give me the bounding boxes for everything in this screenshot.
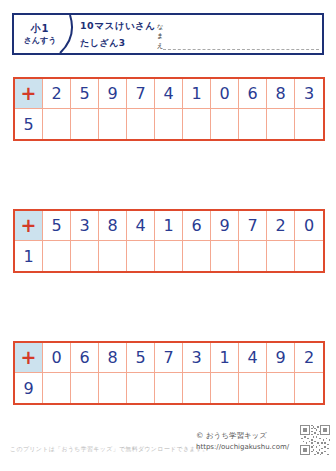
top-addend-cell: 3 bbox=[71, 211, 99, 241]
left-addend-cell: 1 bbox=[15, 241, 43, 271]
top-addend-cell: 6 bbox=[239, 79, 267, 109]
top-addend-cell: 1 bbox=[211, 343, 239, 373]
top-addend-cell: 0 bbox=[211, 79, 239, 109]
answer-cell[interactable] bbox=[71, 373, 99, 403]
top-addend-cell: 8 bbox=[99, 211, 127, 241]
top-addend-cell: 7 bbox=[239, 211, 267, 241]
answer-cell[interactable] bbox=[295, 109, 323, 139]
top-addend-cell: 5 bbox=[71, 79, 99, 109]
answer-cell[interactable] bbox=[183, 373, 211, 403]
answer-cell[interactable] bbox=[127, 109, 155, 139]
worksheet-header: 小1 さんすう 10マスけいさん たしざん3 なまえ bbox=[12, 13, 324, 55]
footer-copyright: © おうち学習キッズ bbox=[196, 431, 267, 441]
answer-cell[interactable] bbox=[43, 373, 71, 403]
badge-divider-curve bbox=[58, 15, 76, 53]
top-addend-cell: 6 bbox=[183, 211, 211, 241]
operator-cell: + bbox=[15, 343, 43, 373]
top-addend-cell: 9 bbox=[211, 211, 239, 241]
answer-cell[interactable] bbox=[183, 241, 211, 271]
answer-cell[interactable] bbox=[127, 373, 155, 403]
answer-cell[interactable] bbox=[127, 241, 155, 271]
answer-cell[interactable] bbox=[211, 373, 239, 403]
addition-grid-2: +53841697201 bbox=[13, 209, 325, 273]
answer-cell[interactable] bbox=[43, 241, 71, 271]
top-addend-cell: 6 bbox=[71, 343, 99, 373]
footer-url-link[interactable]: https://ouchigakushu.com/ bbox=[196, 443, 289, 451]
answer-cell[interactable] bbox=[267, 241, 295, 271]
top-addend-cell: 7 bbox=[155, 343, 183, 373]
answer-cell[interactable] bbox=[239, 109, 267, 139]
worksheet-title: 10マスけいさん bbox=[80, 20, 156, 33]
answer-cell[interactable] bbox=[295, 241, 323, 271]
top-addend-cell: 4 bbox=[155, 79, 183, 109]
top-addend-cell: 2 bbox=[43, 79, 71, 109]
operator-cell: + bbox=[15, 211, 43, 241]
operator-cell: + bbox=[15, 79, 43, 109]
worksheet-page: 小1 さんすう 10マスけいさん たしざん3 なまえ +25974106835 … bbox=[0, 0, 336, 471]
answer-cell[interactable] bbox=[155, 373, 183, 403]
subject-label: さんすう bbox=[24, 35, 57, 46]
qr-code bbox=[300, 425, 330, 455]
top-addend-cell: 9 bbox=[99, 79, 127, 109]
answer-cell[interactable] bbox=[239, 241, 267, 271]
top-addend-cell: 3 bbox=[295, 79, 323, 109]
answer-cell[interactable] bbox=[295, 373, 323, 403]
answer-cell[interactable] bbox=[99, 109, 127, 139]
answer-cell[interactable] bbox=[71, 241, 99, 271]
top-addend-cell: 1 bbox=[183, 79, 211, 109]
top-addend-cell: 2 bbox=[267, 211, 295, 241]
grade-label: 小1 bbox=[31, 23, 50, 35]
addition-grid-3: +06857314929 bbox=[13, 341, 325, 405]
answer-cell[interactable] bbox=[267, 373, 295, 403]
top-addend-cell: 4 bbox=[239, 343, 267, 373]
answer-cell[interactable] bbox=[155, 109, 183, 139]
answer-cell[interactable] bbox=[267, 109, 295, 139]
top-addend-cell: 7 bbox=[127, 79, 155, 109]
top-addend-cell: 0 bbox=[295, 211, 323, 241]
answer-cell[interactable] bbox=[183, 109, 211, 139]
name-label: なまえ bbox=[155, 19, 164, 47]
top-addend-cell: 2 bbox=[295, 343, 323, 373]
answer-cell[interactable] bbox=[155, 241, 183, 271]
answer-cell[interactable] bbox=[239, 373, 267, 403]
left-addend-cell: 5 bbox=[15, 109, 43, 139]
left-addend-cell: 9 bbox=[15, 373, 43, 403]
addition-grid-1: +25974106835 bbox=[13, 77, 325, 141]
top-addend-cell: 5 bbox=[127, 343, 155, 373]
title-block: 10マスけいさん たしざん3 bbox=[80, 20, 156, 50]
top-addend-cell: 8 bbox=[99, 343, 127, 373]
answer-cell[interactable] bbox=[43, 109, 71, 139]
top-addend-cell: 3 bbox=[183, 343, 211, 373]
answer-cell[interactable] bbox=[211, 241, 239, 271]
top-addend-cell: 4 bbox=[127, 211, 155, 241]
top-addend-cell: 8 bbox=[267, 79, 295, 109]
answer-cell[interactable] bbox=[211, 109, 239, 139]
top-addend-cell: 1 bbox=[155, 211, 183, 241]
top-addend-cell: 0 bbox=[43, 343, 71, 373]
footer-note: このプリントは「おうち学習キッズ」で無料ダウンロードできます。 bbox=[10, 445, 209, 454]
top-addend-cell: 9 bbox=[267, 343, 295, 373]
worksheet-subtitle: たしざん3 bbox=[80, 37, 156, 50]
answer-cell[interactable] bbox=[99, 241, 127, 271]
answer-cell[interactable] bbox=[99, 373, 127, 403]
name-entry-line bbox=[163, 49, 319, 50]
top-addend-cell: 5 bbox=[43, 211, 71, 241]
answer-cell[interactable] bbox=[71, 109, 99, 139]
